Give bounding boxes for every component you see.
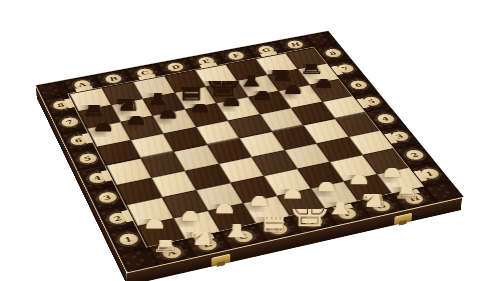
file-letter-circle: A	[160, 245, 184, 260]
rank-number-circle: 6	[348, 79, 369, 90]
rank-number-circle: 2	[403, 149, 426, 162]
rank-number-circle: 1	[117, 232, 140, 247]
chess-board: ABCDEFGH8♜♞♝♛♚♝♞♜87♟♟♟♟♟♟♟♟7665544332♟♟♟…	[36, 31, 463, 272]
photo-canvas: ABCDEFGH8♜♞♝♛♚♝♞♜87♟♟♟♟♟♟♟♟7665544332♟♟♟…	[0, 0, 480, 281]
file-letter-circle: H	[402, 192, 426, 206]
rank-number-circle: 4	[374, 113, 396, 125]
rank-number-circle: 7	[335, 63, 356, 74]
file-letter-circle: D	[266, 221, 290, 235]
file-letter-circle: C	[231, 229, 255, 244]
brass-latch-left	[211, 254, 230, 267]
rank-number-circle: 2	[106, 211, 129, 225]
file-letter-circle: B	[196, 237, 220, 252]
rank-number-circle: 6	[68, 134, 89, 146]
file-letter-circle: G	[369, 199, 393, 213]
rank-number-circle: 8	[322, 48, 343, 58]
rank-number-circle: 7	[59, 116, 80, 128]
file-letter-circle: E	[301, 214, 325, 228]
rank-number-circle: 4	[86, 171, 108, 184]
rank-number-circle: 1	[418, 167, 442, 180]
board-grid: ABCDEFGH8♜♞♝♛♚♝♞♜87♟♟♟♟♟♟♟♟7665544332♟♟♟…	[36, 31, 463, 272]
rank-number-circle: 8	[51, 99, 71, 110]
rank-number-circle: 5	[361, 96, 383, 107]
rank-number-circle: 3	[388, 130, 411, 142]
rank-number-circle: 5	[77, 152, 98, 165]
rank-number-circle: 3	[96, 191, 118, 205]
brass-latch-right	[394, 213, 412, 225]
file-letter-circle: F	[335, 206, 359, 220]
